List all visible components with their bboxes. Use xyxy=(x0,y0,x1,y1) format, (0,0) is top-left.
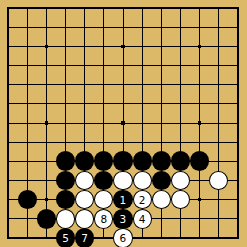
white-stone xyxy=(75,209,94,229)
move-number-label: 7 xyxy=(81,233,88,244)
intersection xyxy=(56,18,75,37)
intersection xyxy=(209,209,228,228)
intersection xyxy=(152,75,171,94)
intersection xyxy=(190,94,209,113)
intersection xyxy=(94,152,113,171)
intersection xyxy=(94,171,113,190)
intersection xyxy=(152,171,171,190)
intersection xyxy=(228,152,247,171)
intersection: 1 xyxy=(113,190,132,209)
intersection xyxy=(228,228,247,247)
white-stone xyxy=(133,171,152,191)
white-stone-move-2: 2 xyxy=(133,190,152,210)
intersection: 7 xyxy=(75,228,94,247)
intersection xyxy=(37,152,56,171)
intersection xyxy=(0,0,18,18)
intersection xyxy=(94,37,113,56)
black-stone xyxy=(94,151,113,171)
intersection xyxy=(209,190,228,209)
intersection xyxy=(113,37,132,56)
intersection xyxy=(0,37,18,56)
intersection xyxy=(171,228,190,247)
intersection xyxy=(18,171,37,190)
white-stone xyxy=(171,190,190,210)
intersection xyxy=(75,94,94,113)
intersection xyxy=(228,37,247,56)
white-stone xyxy=(94,190,113,210)
intersection xyxy=(75,56,94,75)
intersection: 4 xyxy=(133,209,152,228)
intersection xyxy=(190,190,209,209)
intersection xyxy=(94,228,113,247)
intersection xyxy=(171,0,190,18)
intersection xyxy=(0,209,18,228)
move-number-label: 5 xyxy=(62,233,69,244)
intersection xyxy=(228,56,247,75)
intersection xyxy=(171,18,190,37)
intersection xyxy=(209,37,228,56)
intersection xyxy=(171,75,190,94)
intersection xyxy=(190,0,209,18)
white-stone xyxy=(152,190,171,210)
intersection xyxy=(209,94,228,113)
intersection xyxy=(113,171,132,190)
move-number-label: 8 xyxy=(100,214,107,225)
go-board: 12834576 xyxy=(0,0,247,247)
intersection xyxy=(190,133,209,152)
intersection xyxy=(171,56,190,75)
intersection xyxy=(18,133,37,152)
intersection xyxy=(133,56,152,75)
intersection xyxy=(37,37,56,56)
intersection xyxy=(133,37,152,56)
intersection xyxy=(228,94,247,113)
white-stone xyxy=(75,171,94,191)
intersection xyxy=(56,190,75,209)
intersection xyxy=(228,133,247,152)
intersection xyxy=(18,152,37,171)
intersection xyxy=(18,228,37,247)
black-stone xyxy=(171,151,190,171)
white-stone-move-6: 6 xyxy=(113,228,132,247)
intersection xyxy=(152,0,171,18)
intersection xyxy=(171,190,190,209)
intersection xyxy=(18,37,37,56)
intersection: 2 xyxy=(133,190,152,209)
intersection xyxy=(152,152,171,171)
intersection xyxy=(133,75,152,94)
intersection xyxy=(113,133,132,152)
move-number-label: 4 xyxy=(139,214,146,225)
black-stone-move-5: 5 xyxy=(56,228,75,247)
intersection xyxy=(133,171,152,190)
move-number-label: 6 xyxy=(120,233,127,244)
intersection xyxy=(18,94,37,113)
intersection xyxy=(75,37,94,56)
intersection xyxy=(56,209,75,228)
intersection xyxy=(152,209,171,228)
black-stone xyxy=(56,171,75,191)
intersection xyxy=(133,94,152,113)
intersection xyxy=(209,113,228,132)
intersection xyxy=(37,113,56,132)
intersection xyxy=(94,133,113,152)
intersection xyxy=(37,171,56,190)
intersection xyxy=(113,0,132,18)
intersection xyxy=(152,190,171,209)
intersection xyxy=(152,37,171,56)
black-stone-move-7: 7 xyxy=(75,228,94,247)
intersection xyxy=(190,37,209,56)
intersection xyxy=(56,37,75,56)
intersection xyxy=(171,37,190,56)
intersection xyxy=(0,171,18,190)
intersection xyxy=(113,18,132,37)
intersection xyxy=(37,228,56,247)
white-stone xyxy=(113,171,132,191)
black-stone xyxy=(133,151,152,171)
intersection xyxy=(171,171,190,190)
intersection xyxy=(152,133,171,152)
intersection xyxy=(133,113,152,132)
intersection xyxy=(209,56,228,75)
intersection: 3 xyxy=(113,209,132,228)
intersection xyxy=(190,75,209,94)
intersection xyxy=(18,56,37,75)
intersection xyxy=(75,152,94,171)
intersection xyxy=(0,228,18,247)
intersection xyxy=(228,18,247,37)
black-stone xyxy=(190,151,209,171)
intersection xyxy=(209,0,228,18)
intersection xyxy=(75,18,94,37)
intersection xyxy=(75,0,94,18)
intersection xyxy=(209,171,228,190)
intersection xyxy=(209,228,228,247)
intersection xyxy=(18,113,37,132)
intersection xyxy=(113,75,132,94)
intersection xyxy=(171,133,190,152)
white-stone xyxy=(209,171,228,191)
intersection xyxy=(190,18,209,37)
intersection xyxy=(0,94,18,113)
intersection: 8 xyxy=(94,209,113,228)
intersection xyxy=(0,152,18,171)
intersection xyxy=(190,56,209,75)
intersection xyxy=(37,133,56,152)
intersection xyxy=(152,18,171,37)
intersection xyxy=(18,18,37,37)
intersection xyxy=(37,18,56,37)
intersection: 5 xyxy=(56,228,75,247)
intersection xyxy=(94,56,113,75)
intersection xyxy=(152,228,171,247)
black-stone xyxy=(56,151,75,171)
intersection xyxy=(94,190,113,209)
intersection xyxy=(37,209,56,228)
intersection xyxy=(0,113,18,132)
intersection xyxy=(75,75,94,94)
intersection xyxy=(171,209,190,228)
intersection xyxy=(190,228,209,247)
intersection xyxy=(133,152,152,171)
white-stone xyxy=(75,190,94,210)
white-stone xyxy=(56,209,75,229)
intersection xyxy=(228,171,247,190)
intersection xyxy=(133,0,152,18)
intersection xyxy=(0,56,18,75)
intersection xyxy=(152,113,171,132)
intersection xyxy=(37,75,56,94)
intersection xyxy=(18,190,37,209)
intersection xyxy=(75,209,94,228)
intersection xyxy=(94,18,113,37)
intersection xyxy=(228,209,247,228)
intersection xyxy=(190,209,209,228)
intersection xyxy=(228,0,247,18)
intersection: 6 xyxy=(113,228,132,247)
white-stone-move-8: 8 xyxy=(94,209,113,229)
intersection xyxy=(171,113,190,132)
intersection xyxy=(228,113,247,132)
intersection xyxy=(171,152,190,171)
intersection xyxy=(37,190,56,209)
intersection xyxy=(56,94,75,113)
black-stone xyxy=(152,171,171,191)
intersection xyxy=(209,152,228,171)
intersection xyxy=(56,0,75,18)
intersection xyxy=(56,56,75,75)
intersection xyxy=(209,75,228,94)
intersection xyxy=(152,94,171,113)
intersection xyxy=(190,152,209,171)
intersection xyxy=(113,94,132,113)
intersection xyxy=(18,0,37,18)
move-number-label: 2 xyxy=(139,195,146,206)
intersection xyxy=(0,190,18,209)
white-stone xyxy=(171,171,190,191)
black-stone xyxy=(113,151,132,171)
intersection xyxy=(56,75,75,94)
intersection xyxy=(228,190,247,209)
intersection xyxy=(133,133,152,152)
black-stone xyxy=(152,151,171,171)
intersection xyxy=(113,152,132,171)
white-stone-move-4: 4 xyxy=(133,209,152,229)
intersection xyxy=(37,94,56,113)
intersection xyxy=(94,113,113,132)
intersection xyxy=(37,56,56,75)
intersection xyxy=(56,133,75,152)
intersection xyxy=(113,113,132,132)
intersection xyxy=(113,56,132,75)
intersection xyxy=(228,75,247,94)
intersection xyxy=(171,94,190,113)
intersection xyxy=(94,75,113,94)
intersection xyxy=(0,75,18,94)
intersection xyxy=(37,0,56,18)
black-stone-move-1: 1 xyxy=(113,190,132,210)
intersection xyxy=(94,0,113,18)
intersection xyxy=(209,18,228,37)
black-stone xyxy=(75,151,94,171)
intersection xyxy=(18,209,37,228)
intersection xyxy=(133,228,152,247)
move-number-label: 1 xyxy=(120,195,127,206)
intersection xyxy=(152,56,171,75)
intersection xyxy=(190,171,209,190)
intersection xyxy=(0,133,18,152)
black-stone xyxy=(94,171,113,191)
intersection xyxy=(56,113,75,132)
intersection xyxy=(94,94,113,113)
move-number-label: 3 xyxy=(120,214,127,225)
intersection xyxy=(18,75,37,94)
intersection xyxy=(0,18,18,37)
intersection xyxy=(56,171,75,190)
intersection xyxy=(190,113,209,132)
intersection xyxy=(75,113,94,132)
intersection xyxy=(75,171,94,190)
intersection xyxy=(75,133,94,152)
black-stone xyxy=(18,190,37,210)
go-board-diagram: 12834576 xyxy=(0,0,247,247)
black-stone-move-3: 3 xyxy=(113,209,132,229)
intersection xyxy=(133,18,152,37)
intersection xyxy=(209,133,228,152)
black-stone xyxy=(37,209,56,229)
intersection xyxy=(56,152,75,171)
black-stone xyxy=(56,190,75,210)
intersection xyxy=(75,190,94,209)
